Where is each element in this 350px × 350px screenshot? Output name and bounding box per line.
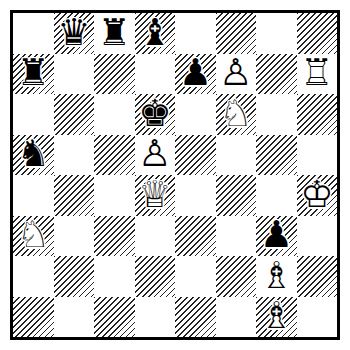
square-a5[interactable]: ♞♞ bbox=[13, 135, 54, 176]
square-b4[interactable] bbox=[54, 175, 95, 216]
piece-halo: ♞ bbox=[13, 134, 54, 175]
piece-halo: ♚ bbox=[135, 93, 176, 134]
square-d1[interactable] bbox=[135, 297, 176, 338]
piece-halo: ♟ bbox=[135, 134, 176, 175]
piece-halo: ♝ bbox=[256, 255, 297, 296]
square-a8[interactable] bbox=[13, 13, 54, 54]
square-g1[interactable]: ♝♗ bbox=[256, 297, 297, 338]
piece-black-bishop-icon: ♝ bbox=[135, 12, 176, 53]
square-g8[interactable] bbox=[256, 13, 297, 54]
piece-halo: ♝ bbox=[135, 12, 176, 53]
piece-white-queen-icon: ♕ bbox=[135, 174, 176, 215]
square-d5[interactable]: ♟♙ bbox=[135, 135, 176, 176]
square-g7[interactable] bbox=[256, 54, 297, 95]
piece-halo: ♜ bbox=[13, 53, 54, 94]
piece-halo: ♜ bbox=[94, 12, 135, 53]
square-h4[interactable]: ♚♔ bbox=[297, 175, 338, 216]
square-d2[interactable] bbox=[135, 256, 176, 297]
square-d8[interactable]: ♝♝ bbox=[135, 13, 176, 54]
piece-halo: ♟ bbox=[175, 53, 216, 94]
square-b6[interactable] bbox=[54, 94, 95, 135]
square-g3[interactable]: ♟♟ bbox=[256, 216, 297, 257]
square-b1[interactable] bbox=[54, 297, 95, 338]
piece-halo: ♚ bbox=[297, 174, 338, 215]
square-e2[interactable] bbox=[175, 256, 216, 297]
square-f8[interactable] bbox=[216, 13, 257, 54]
square-g4[interactable] bbox=[256, 175, 297, 216]
square-b3[interactable] bbox=[54, 216, 95, 257]
square-h5[interactable] bbox=[297, 135, 338, 176]
square-h8[interactable] bbox=[297, 13, 338, 54]
square-e4[interactable] bbox=[175, 175, 216, 216]
square-h7[interactable]: ♜♖ bbox=[297, 54, 338, 95]
square-g6[interactable] bbox=[256, 94, 297, 135]
square-b8[interactable]: ♛♛ bbox=[54, 13, 95, 54]
square-a2[interactable] bbox=[13, 256, 54, 297]
square-e1[interactable] bbox=[175, 297, 216, 338]
piece-halo: ♛ bbox=[54, 12, 95, 53]
square-d3[interactable] bbox=[135, 216, 176, 257]
square-d7[interactable] bbox=[135, 54, 176, 95]
square-h2[interactable] bbox=[297, 256, 338, 297]
square-h6[interactable] bbox=[297, 94, 338, 135]
piece-white-rook-icon: ♖ bbox=[297, 53, 338, 94]
square-f6[interactable]: ♞♘ bbox=[216, 94, 257, 135]
piece-halo: ♞ bbox=[13, 215, 54, 256]
square-g2[interactable]: ♝♗ bbox=[256, 256, 297, 297]
square-c8[interactable]: ♜♜ bbox=[94, 13, 135, 54]
piece-halo: ♝ bbox=[256, 296, 297, 337]
square-c7[interactable] bbox=[94, 54, 135, 95]
square-g5[interactable] bbox=[256, 135, 297, 176]
square-c4[interactable] bbox=[94, 175, 135, 216]
square-a3[interactable]: ♞♘ bbox=[13, 216, 54, 257]
piece-white-pawn-icon: ♙ bbox=[135, 134, 176, 175]
square-c1[interactable] bbox=[94, 297, 135, 338]
square-f4[interactable] bbox=[216, 175, 257, 216]
square-a4[interactable] bbox=[13, 175, 54, 216]
piece-white-knight-icon: ♘ bbox=[216, 93, 257, 134]
piece-white-bishop-icon: ♗ bbox=[256, 296, 297, 337]
square-e5[interactable] bbox=[175, 135, 216, 176]
piece-white-knight-icon: ♘ bbox=[13, 215, 54, 256]
piece-white-bishop-icon: ♗ bbox=[256, 255, 297, 296]
square-f3[interactable] bbox=[216, 216, 257, 257]
square-e7[interactable]: ♟♟ bbox=[175, 54, 216, 95]
square-h3[interactable] bbox=[297, 216, 338, 257]
square-f2[interactable] bbox=[216, 256, 257, 297]
piece-black-king-icon: ♚ bbox=[135, 93, 176, 134]
square-e6[interactable] bbox=[175, 94, 216, 135]
square-c5[interactable] bbox=[94, 135, 135, 176]
square-b5[interactable] bbox=[54, 135, 95, 176]
piece-halo: ♟ bbox=[256, 215, 297, 256]
square-b7[interactable] bbox=[54, 54, 95, 95]
square-f7[interactable]: ♟♙ bbox=[216, 54, 257, 95]
piece-black-knight-icon: ♞ bbox=[13, 134, 54, 175]
square-e3[interactable] bbox=[175, 216, 216, 257]
square-f1[interactable] bbox=[216, 297, 257, 338]
piece-black-pawn-icon: ♟ bbox=[256, 215, 297, 256]
piece-halo: ♞ bbox=[216, 93, 257, 134]
square-c3[interactable] bbox=[94, 216, 135, 257]
square-a1[interactable] bbox=[13, 297, 54, 338]
square-e8[interactable] bbox=[175, 13, 216, 54]
piece-black-rook-icon: ♜ bbox=[13, 53, 54, 94]
square-f5[interactable] bbox=[216, 135, 257, 176]
piece-halo: ♟ bbox=[216, 53, 257, 94]
square-c6[interactable] bbox=[94, 94, 135, 135]
square-h1[interactable] bbox=[297, 297, 338, 338]
piece-black-pawn-icon: ♟ bbox=[175, 53, 216, 94]
square-a6[interactable] bbox=[13, 94, 54, 135]
piece-white-pawn-icon: ♙ bbox=[216, 53, 257, 94]
piece-halo: ♛ bbox=[135, 174, 176, 215]
square-b2[interactable] bbox=[54, 256, 95, 297]
piece-halo: ♜ bbox=[297, 53, 338, 94]
square-c2[interactable] bbox=[94, 256, 135, 297]
square-a7[interactable]: ♜♜ bbox=[13, 54, 54, 95]
piece-black-rook-icon: ♜ bbox=[94, 12, 135, 53]
piece-white-king-icon: ♔ bbox=[297, 174, 338, 215]
chessboard: ♛♛♜♜♝♝♜♜♟♟♟♙♜♖♚♚♞♘♞♞♟♙♛♕♚♔♞♘♟♟♝♗♝♗ bbox=[13, 13, 337, 337]
square-d6[interactable]: ♚♚ bbox=[135, 94, 176, 135]
square-d4[interactable]: ♛♕ bbox=[135, 175, 176, 216]
piece-black-queen-icon: ♛ bbox=[54, 12, 95, 53]
chessboard-frame: ♛♛♜♜♝♝♜♜♟♟♟♙♜♖♚♚♞♘♞♞♟♙♛♕♚♔♞♘♟♟♝♗♝♗ bbox=[10, 10, 340, 340]
